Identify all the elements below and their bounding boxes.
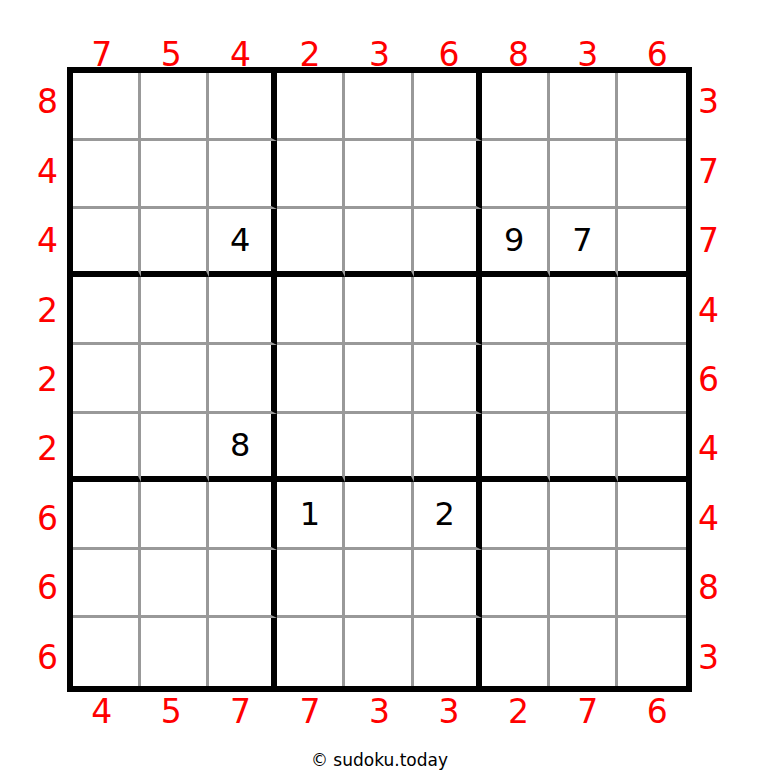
cell-r3c8[interactable]: 7 (550, 209, 618, 277)
cell-r7c2[interactable] (141, 482, 209, 550)
cell-r7c7[interactable] (482, 482, 550, 550)
cell-r3c7[interactable]: 9 (482, 209, 550, 277)
cell-r2c3[interactable] (209, 141, 277, 209)
cell-r1c5[interactable] (345, 73, 413, 141)
cell-r6c6[interactable] (414, 414, 482, 482)
cell-r7c9[interactable] (618, 482, 686, 550)
cell-r8c5[interactable] (345, 550, 413, 618)
cell-r9c7[interactable] (482, 618, 550, 686)
clue-right-8: 8 (698, 571, 719, 604)
clue-bottom-5: 3 (369, 695, 390, 728)
cell-r9c8[interactable] (550, 618, 618, 686)
cell-r1c8[interactable] (550, 73, 618, 141)
cell-r1c4[interactable] (277, 73, 345, 141)
cell-r2c5[interactable] (345, 141, 413, 209)
cell-r5c5[interactable] (345, 345, 413, 413)
cell-r3c4[interactable] (277, 209, 345, 277)
cell-r8c4[interactable] (277, 550, 345, 618)
cell-r1c9[interactable] (618, 73, 686, 141)
cell-r1c6[interactable] (414, 73, 482, 141)
cell-r6c5[interactable] (345, 414, 413, 482)
cell-r5c8[interactable] (550, 345, 618, 413)
cell-r6c4[interactable] (277, 414, 345, 482)
cell-r8c2[interactable] (141, 550, 209, 618)
cell-r5c7[interactable] (482, 345, 550, 413)
clues-left: 844222666 (0, 67, 62, 692)
cell-r2c4[interactable] (277, 141, 345, 209)
cell-r1c7[interactable] (482, 73, 550, 141)
cell-r9c1[interactable] (73, 618, 141, 686)
clue-right-4: 4 (698, 294, 719, 327)
cell-r4c4[interactable] (277, 277, 345, 345)
clue-left-8: 6 (37, 571, 58, 604)
cell-r1c1[interactable] (73, 73, 141, 141)
cell-r9c9[interactable] (618, 618, 686, 686)
cell-r6c1[interactable] (73, 414, 141, 482)
sudoku-grid: 497812 (67, 67, 692, 692)
cell-r8c9[interactable] (618, 550, 686, 618)
clue-right-3: 7 (698, 224, 719, 257)
cell-r2c1[interactable] (73, 141, 141, 209)
cell-r3c3[interactable]: 4 (209, 209, 277, 277)
cell-r3c2[interactable] (141, 209, 209, 277)
clue-bottom-7: 2 (508, 695, 529, 728)
cell-r7c5[interactable] (345, 482, 413, 550)
cell-r7c8[interactable] (550, 482, 618, 550)
cell-r5c6[interactable] (414, 345, 482, 413)
cell-r5c4[interactable] (277, 345, 345, 413)
cell-r4c7[interactable] (482, 277, 550, 345)
cell-r6c2[interactable] (141, 414, 209, 482)
sudoku-page: 754236836 844222666 497812 377464483 457… (0, 0, 759, 779)
clue-bottom-3: 7 (230, 695, 251, 728)
cell-r3c1[interactable] (73, 209, 141, 277)
cell-r8c1[interactable] (73, 550, 141, 618)
clue-left-2: 4 (37, 155, 58, 188)
cell-r8c6[interactable] (414, 550, 482, 618)
clue-bottom-6: 3 (438, 695, 459, 728)
cell-r1c3[interactable] (209, 73, 277, 141)
cell-r6c8[interactable] (550, 414, 618, 482)
cell-r4c1[interactable] (73, 277, 141, 345)
clue-left-9: 6 (37, 641, 58, 674)
clues-right: 377464483 (695, 67, 757, 692)
cell-r2c9[interactable] (618, 141, 686, 209)
clue-right-1: 3 (698, 85, 719, 118)
footer-credit: © sudoku.today (0, 752, 759, 769)
cell-r9c5[interactable] (345, 618, 413, 686)
clue-bottom-8: 7 (577, 695, 598, 728)
cell-r9c4[interactable] (277, 618, 345, 686)
cell-r4c8[interactable] (550, 277, 618, 345)
cell-r5c9[interactable] (618, 345, 686, 413)
cell-r2c6[interactable] (414, 141, 482, 209)
clue-bottom-2: 5 (161, 695, 182, 728)
clue-bottom-1: 4 (91, 695, 112, 728)
cell-r3c5[interactable] (345, 209, 413, 277)
clue-left-7: 6 (37, 502, 58, 535)
cell-r3c9[interactable] (618, 209, 686, 277)
cell-r9c2[interactable] (141, 618, 209, 686)
cell-r7c3[interactable] (209, 482, 277, 550)
clue-bottom-4: 7 (300, 695, 321, 728)
cell-r8c3[interactable] (209, 550, 277, 618)
clue-right-9: 3 (698, 641, 719, 674)
cell-r4c9[interactable] (618, 277, 686, 345)
clue-right-2: 7 (698, 155, 719, 188)
clue-left-4: 2 (37, 294, 58, 327)
cell-r7c1[interactable] (73, 482, 141, 550)
cell-r2c8[interactable] (550, 141, 618, 209)
cell-r9c3[interactable] (209, 618, 277, 686)
cell-r6c7[interactable] (482, 414, 550, 482)
cell-r3c6[interactable] (414, 209, 482, 277)
cell-r7c4[interactable]: 1 (277, 482, 345, 550)
clue-right-6: 4 (698, 432, 719, 465)
cell-r1c2[interactable] (141, 73, 209, 141)
clue-left-3: 4 (37, 224, 58, 257)
clue-bottom-9: 6 (647, 695, 668, 728)
cell-r2c2[interactable] (141, 141, 209, 209)
cell-r6c9[interactable] (618, 414, 686, 482)
cell-r9c6[interactable] (414, 618, 482, 686)
clue-left-5: 2 (37, 363, 58, 396)
clues-bottom: 457733276 (67, 695, 692, 740)
cell-r5c1[interactable] (73, 345, 141, 413)
clues-top: 754236836 (67, 0, 692, 71)
cell-r4c3[interactable] (209, 277, 277, 345)
cell-r4c5[interactable] (345, 277, 413, 345)
clue-right-5: 6 (698, 363, 719, 396)
cell-r7c6[interactable]: 2 (414, 482, 482, 550)
cell-r4c2[interactable] (141, 277, 209, 345)
cell-r2c7[interactable] (482, 141, 550, 209)
cell-r6c3[interactable]: 8 (209, 414, 277, 482)
clue-left-6: 2 (37, 432, 58, 465)
cell-r8c8[interactable] (550, 550, 618, 618)
cell-r4c6[interactable] (414, 277, 482, 345)
clue-left-1: 8 (37, 85, 58, 118)
cell-r5c2[interactable] (141, 345, 209, 413)
cell-r8c7[interactable] (482, 550, 550, 618)
cell-r5c3[interactable] (209, 345, 277, 413)
clue-right-7: 4 (698, 502, 719, 535)
